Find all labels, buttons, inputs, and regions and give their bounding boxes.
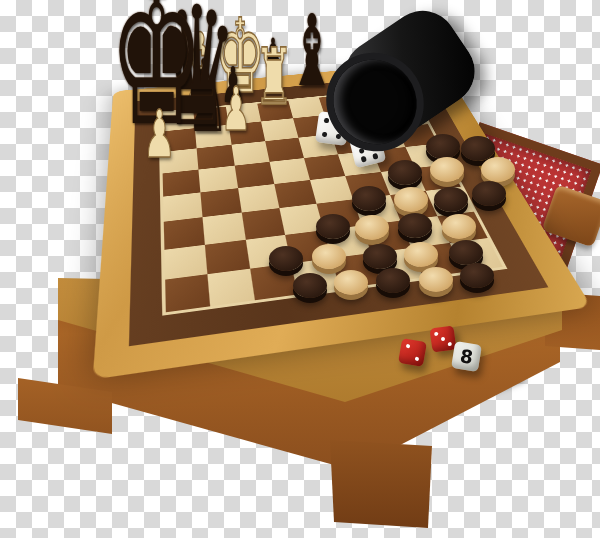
checker-light[interactable] (404, 242, 438, 267)
checker-dark[interactable] (376, 268, 410, 293)
red-die[interactable] (429, 325, 456, 352)
checker-dark[interactable] (269, 246, 303, 271)
checker-dark[interactable] (398, 213, 432, 238)
checker-light[interactable] (442, 214, 476, 239)
checker-dark[interactable] (388, 160, 422, 185)
checker-dark[interactable] (352, 186, 386, 211)
pieces-layer: ♟♝♚♟♝♜♟♞♛♚♟8 (0, 0, 600, 538)
checker-light[interactable] (334, 270, 368, 295)
checker-light[interactable] (481, 157, 515, 182)
die-pip (372, 153, 379, 160)
checker-dark[interactable] (460, 263, 494, 288)
die-pip (405, 343, 410, 348)
die-pip (447, 342, 452, 347)
checker-light[interactable] (312, 244, 346, 269)
checker-dark[interactable] (449, 240, 483, 265)
chess-piece-white-pawn-1[interactable]: ♟ (141, 101, 178, 167)
checker-dark[interactable] (434, 187, 468, 212)
checker-dark[interactable] (472, 181, 506, 206)
product-photo-game-compendium: ♟♝♚♟♝♜♟♞♛♚♟8 (0, 0, 600, 538)
checker-light[interactable] (355, 215, 389, 240)
chess-piece-white-rook[interactable]: ♜ (252, 38, 295, 116)
novelty-die-8[interactable]: 8 (451, 341, 482, 372)
novelty-die-label: 8 (458, 345, 474, 368)
die-pip (414, 356, 419, 361)
die-pip (321, 131, 327, 137)
die-pip (434, 331, 439, 336)
checker-dark[interactable] (363, 244, 397, 269)
checker-dark[interactable] (293, 273, 327, 298)
red-die[interactable] (398, 338, 427, 367)
checker-light[interactable] (394, 187, 428, 212)
die-pip (360, 156, 367, 163)
die-pip (441, 337, 446, 342)
checker-light[interactable] (419, 267, 453, 292)
checker-dark[interactable] (316, 214, 350, 239)
checker-light[interactable] (430, 157, 464, 182)
checker-dark[interactable] (426, 134, 460, 159)
